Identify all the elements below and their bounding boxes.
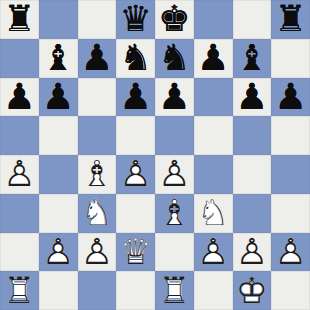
square-e5[interactable] — [155, 116, 194, 155]
square-a4[interactable]: ♟♙ — [0, 155, 39, 194]
square-c5[interactable] — [78, 116, 117, 155]
square-f4[interactable] — [194, 155, 233, 194]
square-b2[interactable]: ♟♙ — [39, 233, 78, 272]
square-d7[interactable]: ♞♞ — [116, 39, 155, 78]
white-pawn-icon: ♟♙ — [0, 155, 39, 194]
square-a5[interactable] — [0, 116, 39, 155]
square-c1[interactable] — [78, 271, 117, 310]
square-d4[interactable]: ♟♙ — [116, 155, 155, 194]
white-knight-icon: ♞♘ — [194, 194, 233, 233]
square-h2[interactable]: ♟♙ — [271, 233, 310, 272]
square-g4[interactable] — [233, 155, 272, 194]
square-h8[interactable]: ♜♜ — [271, 0, 310, 39]
square-g2[interactable]: ♟♙ — [233, 233, 272, 272]
black-knight-icon: ♞♞ — [155, 39, 194, 78]
square-d1[interactable] — [116, 271, 155, 310]
black-queen-icon: ♛♛ — [116, 0, 155, 39]
white-pawn-icon: ♟♙ — [271, 233, 310, 272]
square-e1[interactable]: ♜♖ — [155, 271, 194, 310]
square-c3[interactable]: ♞♘ — [78, 194, 117, 233]
square-h5[interactable] — [271, 116, 310, 155]
square-h4[interactable] — [271, 155, 310, 194]
black-knight-icon: ♞♞ — [116, 39, 155, 78]
square-b7[interactable]: ♝♝ — [39, 39, 78, 78]
black-bishop-icon: ♝♝ — [39, 39, 78, 78]
white-bishop-icon: ♝♗ — [155, 194, 194, 233]
white-bishop-icon: ♝♗ — [78, 155, 117, 194]
square-g6[interactable]: ♟♟ — [233, 78, 272, 117]
square-g7[interactable]: ♝♝ — [233, 39, 272, 78]
chess-board: ♜♜♛♛♚♚♜♜♝♝♟♟♞♞♞♞♟♟♝♝♟♟♟♟♟♟♟♟♟♟♟♟♟♙♝♗♟♙♟♙… — [0, 0, 310, 310]
chess-diagram: ♜♜♛♛♚♚♜♜♝♝♟♟♞♞♞♞♟♟♝♝♟♟♟♟♟♟♟♟♟♟♟♟♟♙♝♗♟♙♟♙… — [0, 0, 310, 310]
square-a6[interactable]: ♟♟ — [0, 78, 39, 117]
white-pawn-icon: ♟♙ — [39, 233, 78, 272]
square-f3[interactable]: ♞♘ — [194, 194, 233, 233]
black-pawn-icon: ♟♟ — [271, 78, 310, 117]
white-rook-icon: ♜♖ — [155, 271, 194, 310]
square-h7[interactable] — [271, 39, 310, 78]
black-pawn-icon: ♟♟ — [155, 78, 194, 117]
square-h3[interactable] — [271, 194, 310, 233]
square-b3[interactable] — [39, 194, 78, 233]
square-f6[interactable] — [194, 78, 233, 117]
square-b4[interactable] — [39, 155, 78, 194]
black-pawn-icon: ♟♟ — [0, 78, 39, 117]
white-rook-icon: ♜♖ — [0, 271, 39, 310]
white-knight-icon: ♞♘ — [78, 194, 117, 233]
square-e2[interactable] — [155, 233, 194, 272]
black-pawn-icon: ♟♟ — [39, 78, 78, 117]
white-pawn-icon: ♟♙ — [194, 233, 233, 272]
square-a1[interactable]: ♜♖ — [0, 271, 39, 310]
square-c4[interactable]: ♝♗ — [78, 155, 117, 194]
square-g8[interactable] — [233, 0, 272, 39]
white-pawn-icon: ♟♙ — [116, 155, 155, 194]
square-b1[interactable] — [39, 271, 78, 310]
square-e7[interactable]: ♞♞ — [155, 39, 194, 78]
square-d8[interactable]: ♛♛ — [116, 0, 155, 39]
square-d2[interactable]: ♛♕ — [116, 233, 155, 272]
square-f5[interactable] — [194, 116, 233, 155]
white-queen-icon: ♛♕ — [116, 233, 155, 272]
square-e4[interactable]: ♟♙ — [155, 155, 194, 194]
black-rook-icon: ♜♜ — [0, 0, 39, 39]
square-e3[interactable]: ♝♗ — [155, 194, 194, 233]
black-pawn-icon: ♟♟ — [116, 78, 155, 117]
square-b8[interactable] — [39, 0, 78, 39]
square-f8[interactable] — [194, 0, 233, 39]
square-g1[interactable]: ♚♔ — [233, 271, 272, 310]
square-d3[interactable] — [116, 194, 155, 233]
square-f2[interactable]: ♟♙ — [194, 233, 233, 272]
white-king-icon: ♚♔ — [233, 271, 272, 310]
square-g3[interactable] — [233, 194, 272, 233]
square-e8[interactable]: ♚♚ — [155, 0, 194, 39]
square-a3[interactable] — [0, 194, 39, 233]
square-c7[interactable]: ♟♟ — [78, 39, 117, 78]
square-g5[interactable] — [233, 116, 272, 155]
white-pawn-icon: ♟♙ — [233, 233, 272, 272]
black-king-icon: ♚♚ — [155, 0, 194, 39]
square-d6[interactable]: ♟♟ — [116, 78, 155, 117]
square-h6[interactable]: ♟♟ — [271, 78, 310, 117]
black-pawn-icon: ♟♟ — [233, 78, 272, 117]
square-h1[interactable] — [271, 271, 310, 310]
black-bishop-icon: ♝♝ — [233, 39, 272, 78]
square-b6[interactable]: ♟♟ — [39, 78, 78, 117]
black-rook-icon: ♜♜ — [271, 0, 310, 39]
square-a7[interactable] — [0, 39, 39, 78]
square-a8[interactable]: ♜♜ — [0, 0, 39, 39]
black-pawn-icon: ♟♟ — [78, 39, 117, 78]
black-pawn-icon: ♟♟ — [194, 39, 233, 78]
square-f7[interactable]: ♟♟ — [194, 39, 233, 78]
square-f1[interactable] — [194, 271, 233, 310]
square-b5[interactable] — [39, 116, 78, 155]
square-c2[interactable]: ♟♙ — [78, 233, 117, 272]
square-d5[interactable] — [116, 116, 155, 155]
square-a2[interactable] — [0, 233, 39, 272]
square-c8[interactable] — [78, 0, 117, 39]
white-pawn-icon: ♟♙ — [78, 233, 117, 272]
square-e6[interactable]: ♟♟ — [155, 78, 194, 117]
square-c6[interactable] — [78, 78, 117, 117]
white-pawn-icon: ♟♙ — [155, 155, 194, 194]
